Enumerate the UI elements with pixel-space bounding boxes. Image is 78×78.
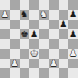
square-f2[interactable]: ♟ [49,59,59,69]
square-e7[interactable]: ♞ [39,10,49,20]
square-b2[interactable]: ♟ [10,59,20,69]
square-a1[interactable] [0,68,10,78]
chess-board: ♟♞♞♟♟♚♟♟♚♟♟♟ [0,0,78,78]
square-h8[interactable] [68,0,78,10]
square-a3[interactable] [0,49,10,59]
black-pawn[interactable]: ♟ [59,20,67,29]
square-d8[interactable] [29,0,39,10]
white-pawn[interactable]: ♟ [69,49,77,58]
square-f6[interactable] [49,20,59,30]
square-c4[interactable] [20,39,30,49]
square-g7[interactable] [59,10,69,20]
square-b7[interactable] [10,10,20,20]
white-pawn[interactable]: ♟ [1,10,9,19]
square-e2[interactable] [39,59,49,69]
square-b8[interactable] [10,0,20,10]
square-h3[interactable]: ♟ [68,49,78,59]
square-f3[interactable] [49,49,59,59]
square-e1[interactable] [39,68,49,78]
square-c8[interactable] [20,0,30,10]
square-h7[interactable]: ♟ [68,10,78,20]
square-b5[interactable] [10,29,20,39]
square-d3[interactable]: ♚ [29,49,39,59]
square-e3[interactable] [39,49,49,59]
square-f1[interactable] [49,68,59,78]
white-knight[interactable]: ♞ [40,10,48,19]
square-e5[interactable] [39,29,49,39]
square-g6[interactable]: ♟ [59,20,69,30]
square-b6[interactable] [10,20,20,30]
square-b4[interactable] [10,39,20,49]
square-a2[interactable] [0,59,10,69]
square-c7[interactable]: ♞ [20,10,30,20]
square-g8[interactable] [59,0,69,10]
square-g3[interactable] [59,49,69,59]
square-g1[interactable] [59,68,69,78]
white-pawn[interactable]: ♟ [11,59,19,68]
square-d2[interactable] [29,59,39,69]
square-f7[interactable] [49,10,59,20]
square-f8[interactable] [49,0,59,10]
square-d6[interactable] [29,20,39,30]
black-pawn[interactable]: ♟ [69,30,77,39]
square-c5[interactable]: ♚ [20,29,30,39]
square-d1[interactable] [29,68,39,78]
square-f4[interactable] [49,39,59,49]
square-a4[interactable] [0,39,10,49]
square-h6[interactable] [68,20,78,30]
square-c2[interactable] [20,59,30,69]
square-h4[interactable] [68,39,78,49]
square-b3[interactable] [10,49,20,59]
square-e8[interactable] [39,0,49,10]
black-knight[interactable]: ♞ [20,10,28,19]
square-h5[interactable]: ♟ [68,29,78,39]
square-d4[interactable] [29,39,39,49]
black-king[interactable]: ♚ [20,30,28,39]
square-a7[interactable]: ♟ [0,10,10,20]
white-king[interactable]: ♚ [30,49,38,58]
black-pawn[interactable]: ♟ [30,30,38,39]
square-c3[interactable] [20,49,30,59]
black-pawn[interactable]: ♟ [69,10,77,19]
square-c1[interactable] [20,68,30,78]
square-f5[interactable] [49,29,59,39]
square-d7[interactable] [29,10,39,20]
white-pawn[interactable]: ♟ [50,59,58,68]
square-a5[interactable] [0,29,10,39]
square-a8[interactable] [0,0,10,10]
square-b1[interactable] [10,68,20,78]
square-e4[interactable] [39,39,49,49]
square-h1[interactable] [68,68,78,78]
square-h2[interactable] [68,59,78,69]
square-g5[interactable] [59,29,69,39]
square-c6[interactable] [20,20,30,30]
square-a6[interactable] [0,20,10,30]
square-e6[interactable] [39,20,49,30]
square-d5[interactable]: ♟ [29,29,39,39]
square-g4[interactable] [59,39,69,49]
square-g2[interactable] [59,59,69,69]
